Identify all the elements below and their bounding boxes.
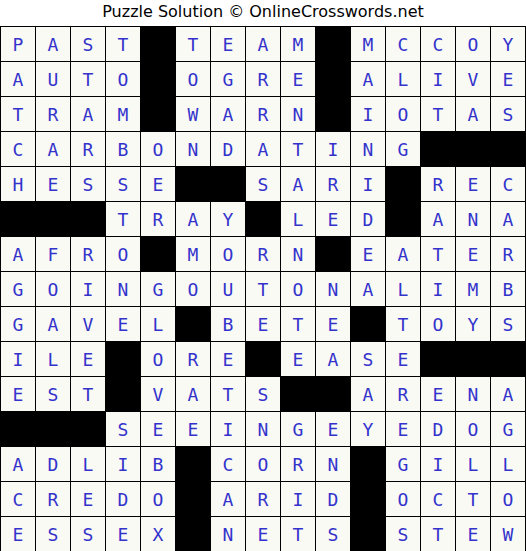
letter-cell-r8c13: I (421, 272, 456, 307)
letter-cell-r13c9: R (281, 447, 316, 482)
letter-cell-r7c13: T (421, 237, 456, 272)
letter-cell-r8c11: A (351, 272, 386, 307)
letter-cell-r9c1: G (1, 307, 36, 342)
letter-cell-r15c4: E (106, 517, 141, 551)
letter-cell-r2c2: U (36, 62, 71, 97)
letter-cell-r2c4: O (106, 62, 141, 97)
letter-cell-r9c5: L (141, 307, 176, 342)
letter-cell-r4c2: A (36, 132, 71, 167)
letter-cell-r9c12: T (386, 307, 421, 342)
letter-cell-r11c15: A (491, 377, 526, 412)
letter-cell-r6c4: T (106, 202, 141, 237)
letter-cell-r4c7: D (211, 132, 246, 167)
letter-cell-r7c1: A (1, 237, 36, 272)
letter-cell-r2c13: I (421, 62, 456, 97)
letter-cell-r8c6: O (176, 272, 211, 307)
letter-cell-r2c3: T (71, 62, 106, 97)
letter-cell-r15c14: E (456, 517, 491, 551)
letter-cell-r14c10: D (316, 482, 351, 517)
block-cell-r12c1 (1, 412, 36, 447)
letter-cell-r14c12: O (386, 482, 421, 517)
letter-cell-r2c8: R (246, 62, 281, 97)
letter-cell-r11c5: V (141, 377, 176, 412)
letter-cell-r6c6: A (176, 202, 211, 237)
letter-cell-r5c15: C (491, 167, 526, 202)
letter-cell-r11c6: A (176, 377, 211, 412)
letter-cell-r4c5: O (141, 132, 176, 167)
letter-cell-r13c12: G (386, 447, 421, 482)
letter-cell-r5c3: S (71, 167, 106, 202)
letter-cell-r11c3: T (71, 377, 106, 412)
letter-cell-r1c6: T (176, 27, 211, 62)
letter-cell-r5c2: E (36, 167, 71, 202)
letter-cell-r14c14: T (456, 482, 491, 517)
letter-cell-r14c9: I (281, 482, 316, 517)
letter-cell-r3c11: I (351, 97, 386, 132)
puzzle-solution-page: Puzzle Solution © OnlineCrosswords.net P… (0, 0, 526, 551)
block-cell-r1c5 (141, 27, 176, 62)
letter-cell-r8c3: I (71, 272, 106, 307)
block-cell-r1c10 (316, 27, 351, 62)
letter-cell-r12c14: O (456, 412, 491, 447)
letter-cell-r4c12: G (386, 132, 421, 167)
letter-cell-r11c13: E (421, 377, 456, 412)
letter-cell-r9c9: T (281, 307, 316, 342)
letter-cell-r7c4: O (106, 237, 141, 272)
letter-cell-r10c9: E (281, 342, 316, 377)
letter-cell-r3c6: W (176, 97, 211, 132)
letter-cell-r11c1: E (1, 377, 36, 412)
letter-cell-r3c1: T (1, 97, 36, 132)
letter-cell-r15c5: X (141, 517, 176, 551)
block-cell-r7c5 (141, 237, 176, 272)
letter-cell-r3c3: A (71, 97, 106, 132)
block-cell-r12c2 (36, 412, 71, 447)
letter-cell-r12c6: E (176, 412, 211, 447)
block-cell-r5c6 (176, 167, 211, 202)
letter-cell-r14c15: O (491, 482, 526, 517)
block-cell-r4c13 (421, 132, 456, 167)
letter-cell-r9c10: E (316, 307, 351, 342)
letter-cell-r11c8: S (246, 377, 281, 412)
letter-cell-r14c3: E (71, 482, 106, 517)
crossword-grid: PASTTEAMMCCOYAUTOOGREALIVETRAMWARNIOTASC… (0, 26, 526, 551)
letter-cell-r4c3: R (71, 132, 106, 167)
letter-cell-r5c14: E (456, 167, 491, 202)
letter-cell-r6c7: Y (211, 202, 246, 237)
letter-cell-r15c3: S (71, 517, 106, 551)
letter-cell-r7c8: R (246, 237, 281, 272)
letter-cell-r5c1: H (1, 167, 36, 202)
letter-cell-r15c13: T (421, 517, 456, 551)
letter-cell-r14c2: R (36, 482, 71, 517)
letter-cell-r14c8: R (246, 482, 281, 517)
letter-cell-r15c8: E (246, 517, 281, 551)
letter-cell-r2c15: E (491, 62, 526, 97)
block-cell-r11c9 (281, 377, 316, 412)
letter-cell-r8c2: O (36, 272, 71, 307)
letter-cell-r15c15: W (491, 517, 526, 551)
letter-cell-r10c5: O (141, 342, 176, 377)
letter-cell-r9c3: V (71, 307, 106, 342)
letter-cell-r12c5: E (141, 412, 176, 447)
block-cell-r3c5 (141, 97, 176, 132)
letter-cell-r6c5: R (141, 202, 176, 237)
letter-cell-r8c5: G (141, 272, 176, 307)
letter-cell-r6c14: N (456, 202, 491, 237)
letter-cell-r10c7: E (211, 342, 246, 377)
letter-cell-r12c15: G (491, 412, 526, 447)
letter-cell-r3c13: T (421, 97, 456, 132)
letter-cell-r13c8: O (246, 447, 281, 482)
block-cell-r6c1 (1, 202, 36, 237)
letter-cell-r5c13: R (421, 167, 456, 202)
block-cell-r5c7 (211, 167, 246, 202)
letter-cell-r7c15: R (491, 237, 526, 272)
block-cell-r10c13 (421, 342, 456, 377)
letter-cell-r12c11: Y (351, 412, 386, 447)
letter-cell-r7c11: E (351, 237, 386, 272)
letter-cell-r1c12: C (386, 27, 421, 62)
letter-cell-r7c7: O (211, 237, 246, 272)
letter-cell-r4c6: N (176, 132, 211, 167)
letter-cell-r3c14: A (456, 97, 491, 132)
letter-cell-r2c12: L (386, 62, 421, 97)
letter-cell-r15c2: S (36, 517, 71, 551)
letter-cell-r13c14: L (456, 447, 491, 482)
letter-cell-r7c6: M (176, 237, 211, 272)
letter-cell-r13c4: I (106, 447, 141, 482)
letter-cell-r2c11: A (351, 62, 386, 97)
letter-cell-r9c13: O (421, 307, 456, 342)
letter-cell-r3c12: O (386, 97, 421, 132)
letter-cell-r1c4: T (106, 27, 141, 62)
letter-cell-r8c9: O (281, 272, 316, 307)
letter-cell-r7c12: A (386, 237, 421, 272)
block-cell-r15c6 (176, 517, 211, 551)
letter-cell-r5c9: A (281, 167, 316, 202)
letter-cell-r5c11: I (351, 167, 386, 202)
block-cell-r14c11 (351, 482, 386, 517)
block-cell-r10c14 (456, 342, 491, 377)
letter-cell-r6c15: A (491, 202, 526, 237)
block-cell-r11c4 (106, 377, 141, 412)
block-cell-r2c5 (141, 62, 176, 97)
letter-cell-r1c3: S (71, 27, 106, 62)
block-cell-r10c4 (106, 342, 141, 377)
letter-cell-r5c8: S (246, 167, 281, 202)
letter-cell-r3c9: N (281, 97, 316, 132)
block-cell-r5c12 (386, 167, 421, 202)
letter-cell-r3c4: M (106, 97, 141, 132)
letter-cell-r1c11: M (351, 27, 386, 62)
letter-cell-r8c1: G (1, 272, 36, 307)
letter-cell-r13c2: D (36, 447, 71, 482)
block-cell-r2c10 (316, 62, 351, 97)
block-cell-r12c3 (71, 412, 106, 447)
letter-cell-r12c8: N (246, 412, 281, 447)
letter-cell-r10c10: A (316, 342, 351, 377)
block-cell-r6c3 (71, 202, 106, 237)
letter-cell-r15c9: T (281, 517, 316, 551)
block-cell-r6c2 (36, 202, 71, 237)
letter-cell-r9c4: E (106, 307, 141, 342)
block-cell-r6c12 (386, 202, 421, 237)
letter-cell-r4c9: T (281, 132, 316, 167)
letter-cell-r12c4: S (106, 412, 141, 447)
block-cell-r4c15 (491, 132, 526, 167)
letter-cell-r10c12: E (386, 342, 421, 377)
letter-cell-r11c7: T (211, 377, 246, 412)
letter-cell-r11c12: R (386, 377, 421, 412)
letter-cell-r2c7: G (211, 62, 246, 97)
letter-cell-r4c8: A (246, 132, 281, 167)
letter-cell-r14c13: C (421, 482, 456, 517)
block-cell-r4c14 (456, 132, 491, 167)
letter-cell-r13c13: I (421, 447, 456, 482)
letter-cell-r1c14: O (456, 27, 491, 62)
letter-cell-r12c12: E (386, 412, 421, 447)
letter-cell-r10c2: L (36, 342, 71, 377)
letter-cell-r1c13: C (421, 27, 456, 62)
letter-cell-r11c14: N (456, 377, 491, 412)
letter-cell-r12c13: D (421, 412, 456, 447)
letter-cell-r13c15: L (491, 447, 526, 482)
letter-cell-r1c9: M (281, 27, 316, 62)
letter-cell-r9c8: E (246, 307, 281, 342)
letter-cell-r5c4: S (106, 167, 141, 202)
letter-cell-r9c15: S (491, 307, 526, 342)
letter-cell-r12c7: I (211, 412, 246, 447)
letter-cell-r8c12: L (386, 272, 421, 307)
letter-cell-r3c8: R (246, 97, 281, 132)
letter-cell-r2c1: A (1, 62, 36, 97)
block-cell-r13c6 (176, 447, 211, 482)
letter-cell-r13c1: A (1, 447, 36, 482)
block-cell-r10c8 (246, 342, 281, 377)
letter-cell-r2c9: E (281, 62, 316, 97)
letter-cell-r6c13: A (421, 202, 456, 237)
letter-cell-r7c3: R (71, 237, 106, 272)
letter-cell-r11c11: A (351, 377, 386, 412)
letter-cell-r8c15: B (491, 272, 526, 307)
letter-cell-r6c11: D (351, 202, 386, 237)
letter-cell-r10c1: I (1, 342, 36, 377)
block-cell-r7c10 (316, 237, 351, 272)
letter-cell-r9c14: Y (456, 307, 491, 342)
letter-cell-r15c1: E (1, 517, 36, 551)
letter-cell-r8c10: N (316, 272, 351, 307)
letter-cell-r8c4: N (106, 272, 141, 307)
letter-cell-r7c14: E (456, 237, 491, 272)
letter-cell-r14c5: O (141, 482, 176, 517)
letter-cell-r10c6: R (176, 342, 211, 377)
page-title: Puzzle Solution © OnlineCrosswords.net (0, 0, 526, 26)
block-cell-r10c15 (491, 342, 526, 377)
letter-cell-r8c14: M (456, 272, 491, 307)
letter-cell-r15c12: S (386, 517, 421, 551)
letter-cell-r1c7: E (211, 27, 246, 62)
letter-cell-r4c1: C (1, 132, 36, 167)
letter-cell-r13c10: N (316, 447, 351, 482)
letter-cell-r15c10: S (316, 517, 351, 551)
letter-cell-r1c1: P (1, 27, 36, 62)
letter-cell-r9c7: B (211, 307, 246, 342)
letter-cell-r12c9: G (281, 412, 316, 447)
letter-cell-r13c7: C (211, 447, 246, 482)
block-cell-r14c6 (176, 482, 211, 517)
letter-cell-r3c2: R (36, 97, 71, 132)
letter-cell-r6c10: E (316, 202, 351, 237)
letter-cell-r12c10: E (316, 412, 351, 447)
letter-cell-r2c14: V (456, 62, 491, 97)
letter-cell-r3c15: S (491, 97, 526, 132)
letter-cell-r13c5: B (141, 447, 176, 482)
block-cell-r6c8 (246, 202, 281, 237)
letter-cell-r2c6: O (176, 62, 211, 97)
letter-cell-r10c3: E (71, 342, 106, 377)
letter-cell-r5c5: E (141, 167, 176, 202)
letter-cell-r14c4: D (106, 482, 141, 517)
letter-cell-r7c2: F (36, 237, 71, 272)
block-cell-r3c10 (316, 97, 351, 132)
letter-cell-r4c10: I (316, 132, 351, 167)
letter-cell-r13c3: L (71, 447, 106, 482)
letter-cell-r11c2: S (36, 377, 71, 412)
letter-cell-r3c7: A (211, 97, 246, 132)
letter-cell-r9c2: A (36, 307, 71, 342)
letter-cell-r14c7: A (211, 482, 246, 517)
letter-cell-r5c10: R (316, 167, 351, 202)
letter-cell-r6c9: L (281, 202, 316, 237)
letter-cell-r4c11: N (351, 132, 386, 167)
letter-cell-r14c1: C (1, 482, 36, 517)
letter-cell-r10c11: S (351, 342, 386, 377)
letter-cell-r1c15: Y (491, 27, 526, 62)
block-cell-r11c10 (316, 377, 351, 412)
letter-cell-r1c2: A (36, 27, 71, 62)
letter-cell-r7c9: N (281, 237, 316, 272)
letter-cell-r8c7: U (211, 272, 246, 307)
letter-cell-r15c7: N (211, 517, 246, 551)
block-cell-r9c6 (176, 307, 211, 342)
letter-cell-r4c4: B (106, 132, 141, 167)
block-cell-r9c11 (351, 307, 386, 342)
letter-cell-r8c8: T (246, 272, 281, 307)
block-cell-r13c11 (351, 447, 386, 482)
letter-cell-r1c8: A (246, 27, 281, 62)
block-cell-r15c11 (351, 517, 386, 551)
